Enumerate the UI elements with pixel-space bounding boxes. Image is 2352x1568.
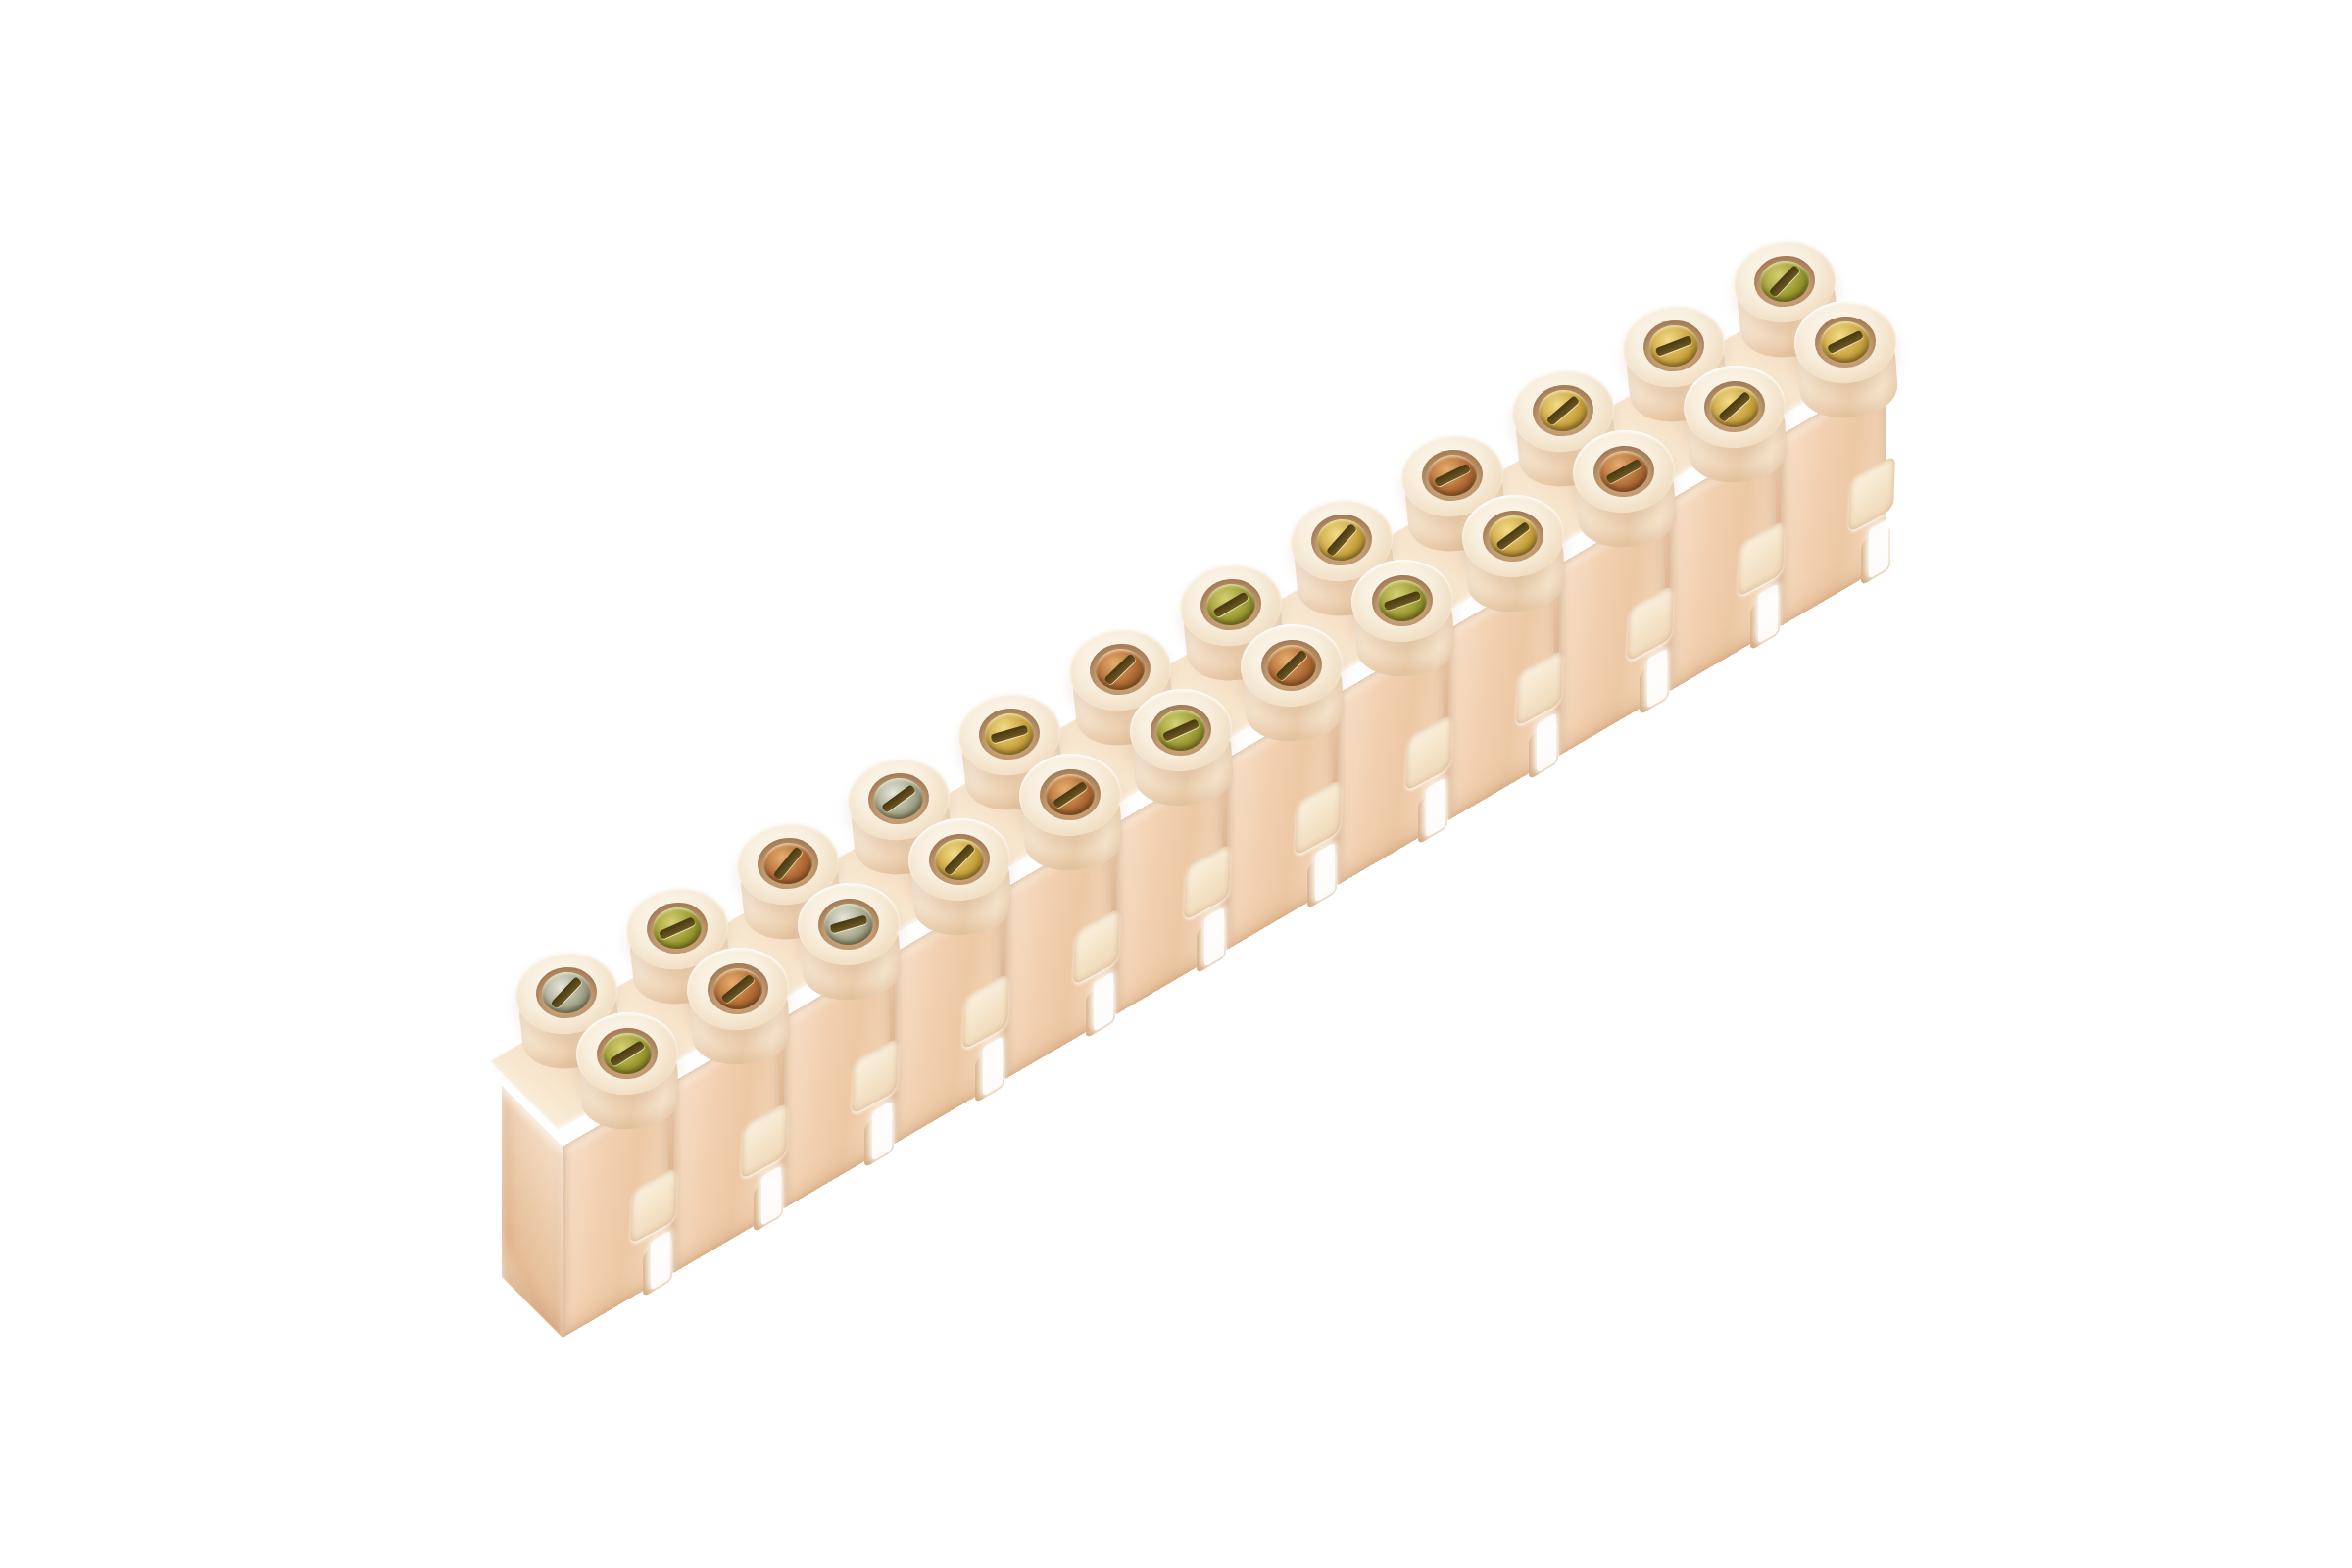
terminal-strip: [0, 0, 2352, 1568]
product-photo: 12-way translucent natural nylon screw t…: [0, 0, 2352, 1568]
